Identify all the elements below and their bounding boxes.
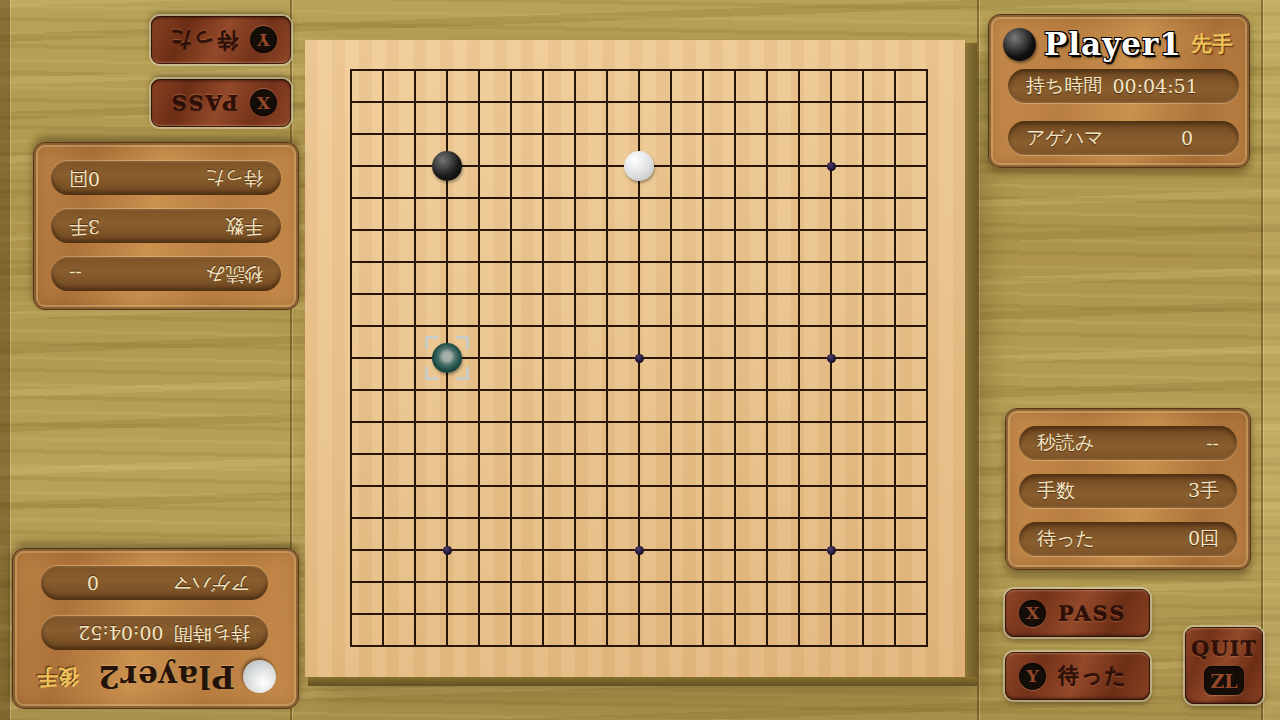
grid-line (350, 453, 928, 455)
player2-role-label: 後手 (37, 663, 79, 691)
player1-panel: Player1 先手 持ち時間 00:04:51 アゲハマ 0 (988, 14, 1250, 168)
star-point (827, 354, 836, 363)
star-point (827, 162, 836, 171)
grid-line (350, 421, 928, 423)
byoyomi-label: 秒読み (1037, 430, 1094, 456)
quit-button-label: QUIT (1191, 636, 1257, 661)
captures-label: アゲハマ (1026, 125, 1104, 151)
player2-name: Player2 (97, 659, 235, 695)
player1-time-row: 持ち時間 00:04:51 (1008, 69, 1239, 103)
table-plank-edge-left (0, 0, 8, 720)
x-button-icon: X (250, 90, 277, 117)
player1-undo-count-row: 待った 0回 (1019, 522, 1237, 556)
star-point (635, 354, 644, 363)
time-label: 持ち時間 (1026, 73, 1102, 99)
grid-line (894, 69, 896, 647)
plank-seam (977, 0, 979, 720)
player1-info-panel: 秒読み -- 手数 3手 待った 0回 (1005, 408, 1251, 570)
grid-line (734, 69, 736, 647)
undo-count-label: 待った (1037, 526, 1095, 552)
grid-line (702, 69, 704, 647)
x-button-icon: X (1019, 600, 1046, 627)
grid-line (350, 389, 928, 391)
last-move-marker (456, 367, 469, 380)
white-stone-icon (243, 661, 276, 694)
go-board[interactable] (305, 40, 965, 677)
player2-captures-row: アゲハマ 0 (41, 566, 268, 600)
grid-line (766, 69, 768, 647)
byoyomi-label: 秒読み (206, 261, 263, 287)
player2-undo-count-row: 待った 0回 (51, 161, 281, 195)
player2-time-row: 持ち時間 00:04:52 (41, 616, 268, 650)
player2-panel: Player2 後手 持ち時間 00:04:52 アゲハマ 0 (12, 548, 299, 709)
captures-value: 0 (1181, 127, 1193, 149)
player1-captures-row: アゲハマ 0 (1008, 121, 1239, 155)
grid-line (350, 485, 928, 487)
star-point (827, 546, 836, 555)
player2-moves-row: 手数 3手 (51, 209, 281, 243)
player2-button-cluster: X PASS Y 待った (151, 15, 291, 127)
player1-byoyomi-row: 秒読み -- (1019, 426, 1237, 460)
player1-undo-button[interactable]: Y 待った (1005, 652, 1150, 700)
board-grid[interactable] (351, 70, 927, 646)
black-stone-icon (1003, 28, 1036, 61)
player2-byoyomi-row: 秒読み -- (51, 257, 281, 291)
moves-value: 3手 (1188, 478, 1219, 504)
y-button-icon: Y (1019, 663, 1046, 690)
undo-button-label: 待った (1058, 662, 1128, 690)
player1-pass-button[interactable]: X PASS (1005, 589, 1150, 637)
moves-label: 手数 (225, 213, 263, 239)
grid-line (926, 69, 928, 647)
byoyomi-value: -- (1206, 432, 1219, 454)
board-side-right (965, 43, 977, 686)
white-stone (624, 151, 654, 181)
zl-button-icon: ZL (1204, 666, 1244, 695)
moves-value: 3手 (69, 213, 100, 239)
grid-line (350, 581, 928, 583)
player1-role-label: 先手 (1191, 30, 1233, 58)
last-move-marker (456, 336, 469, 349)
byoyomi-value: -- (69, 263, 82, 285)
star-point (635, 546, 644, 555)
player2-pass-button[interactable]: X PASS (151, 79, 291, 127)
time-value: 00:04:51 (1112, 75, 1197, 97)
undo-count-label: 待った (205, 165, 263, 191)
player2-undo-button[interactable]: Y 待った (151, 16, 291, 64)
star-point (443, 546, 452, 555)
y-button-icon: Y (250, 27, 277, 54)
table-plank-edge-right (1263, 0, 1280, 720)
grid-line (798, 69, 800, 647)
time-value: 00:04:52 (78, 622, 163, 644)
pass-button-label: PASS (1058, 601, 1126, 626)
undo-count-value: 0回 (1188, 526, 1219, 552)
board-side-bottom (308, 677, 977, 686)
last-move-marker (425, 367, 438, 380)
player1-name: Player1 (1044, 26, 1182, 62)
captures-value: 0 (87, 572, 99, 594)
captures-label: アゲハマ (172, 570, 250, 596)
plank-seam (8, 0, 10, 720)
pass-button-label: PASS (170, 91, 238, 116)
grid-line (862, 69, 864, 647)
grid-line (350, 517, 928, 519)
grid-line (350, 645, 928, 647)
black-stone (432, 151, 462, 181)
game-screen: Player1 先手 持ち時間 00:04:51 アゲハマ 0 秒読み -- 手… (0, 0, 1280, 720)
last-move-marker (425, 336, 438, 349)
undo-button-label: 待った (168, 26, 238, 54)
black-stone-last-move (432, 343, 462, 373)
plank-seam (1261, 0, 1263, 720)
time-label: 持ち時間 (174, 620, 250, 646)
player1-moves-row: 手数 3手 (1019, 474, 1237, 508)
undo-count-value: 0回 (69, 165, 100, 191)
moves-label: 手数 (1037, 478, 1075, 504)
quit-button[interactable]: QUIT ZL (1185, 627, 1263, 704)
player2-info-panel: 秒読み -- 手数 3手 待った 0回 (33, 142, 299, 310)
grid-line (350, 613, 928, 615)
grid-line (670, 69, 672, 647)
